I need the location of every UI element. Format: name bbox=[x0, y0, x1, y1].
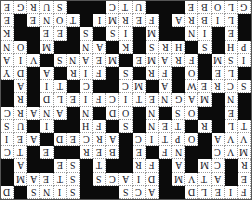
cell-letter: R bbox=[17, 108, 24, 118]
grid-cell[interactable]: A bbox=[212, 133, 225, 146]
grid-cell[interactable]: B bbox=[198, 14, 211, 27]
grid-cell[interactable]: F bbox=[93, 93, 106, 106]
grid-cell[interactable]: O bbox=[54, 14, 67, 27]
grid-cell[interactable]: C bbox=[225, 80, 238, 93]
black-cell bbox=[14, 14, 27, 27]
grid-cell[interactable]: E bbox=[133, 146, 146, 159]
cell-letter: O bbox=[17, 42, 24, 52]
grid-cell[interactable]: L bbox=[225, 14, 238, 27]
grid-cell[interactable]: C bbox=[133, 133, 146, 146]
cell-letter: F bbox=[241, 187, 247, 197]
grid-cell[interactable]: M bbox=[106, 14, 119, 27]
grid-cell[interactable]: E bbox=[40, 27, 53, 40]
cell-letter: A bbox=[30, 174, 37, 184]
grid-cell[interactable]: N bbox=[40, 186, 53, 199]
cell-letter: E bbox=[215, 68, 221, 78]
grid-cell[interactable]: V bbox=[185, 173, 198, 186]
cell-letter: T bbox=[70, 15, 76, 25]
grid-cell[interactable]: E bbox=[1, 1, 14, 14]
grid-cell[interactable]: S bbox=[119, 186, 132, 199]
cell-letter: I bbox=[84, 68, 87, 78]
grid-cell[interactable]: Y bbox=[1, 67, 14, 80]
grid-cell[interactable]: M bbox=[106, 54, 119, 67]
cell-letter: N bbox=[175, 147, 182, 157]
grid-cell[interactable]: R bbox=[67, 67, 80, 80]
grid-cell[interactable]: N bbox=[40, 14, 53, 27]
grid-cell[interactable]: E bbox=[40, 173, 53, 186]
grid-cell[interactable]: E bbox=[67, 133, 80, 146]
cell-letter: R bbox=[17, 94, 24, 104]
grid-cell[interactable]: E bbox=[159, 120, 172, 133]
grid-cell[interactable]: C bbox=[119, 80, 132, 93]
crossword-board: EGRUSCTUEBOLGEENOTIMREFARBILKEESSIMNIENO… bbox=[0, 0, 252, 200]
grid-cell[interactable]: D bbox=[1, 186, 14, 199]
grid-cell[interactable]: R bbox=[133, 159, 146, 172]
cell-letter: E bbox=[149, 94, 155, 104]
grid-cell[interactable]: C bbox=[106, 1, 119, 14]
grid-cell[interactable]: I bbox=[119, 27, 132, 40]
grid-cell[interactable]: E bbox=[212, 186, 225, 199]
grid-cell[interactable]: V bbox=[27, 54, 40, 67]
black-cell bbox=[54, 120, 67, 133]
grid-cell[interactable]: O bbox=[185, 67, 198, 80]
grid-cell[interactable]: F bbox=[93, 120, 106, 133]
black-cell bbox=[93, 107, 106, 120]
grid-cell[interactable]: T bbox=[133, 93, 146, 106]
grid-cell[interactable]: T bbox=[238, 120, 251, 133]
grid-cell[interactable]: R bbox=[212, 80, 225, 93]
grid-cell[interactable]: S bbox=[54, 54, 67, 67]
cell-letter: G bbox=[175, 94, 182, 104]
grid-cell[interactable]: A bbox=[14, 80, 27, 93]
black-cell bbox=[93, 186, 106, 199]
grid-cell[interactable]: D bbox=[185, 186, 198, 199]
grid-cell[interactable]: I bbox=[133, 173, 146, 186]
grid-cell[interactable]: C bbox=[1, 107, 14, 120]
cell-letter: I bbox=[5, 134, 8, 144]
grid-cell[interactable]: N bbox=[172, 146, 185, 159]
cell-letter: N bbox=[82, 42, 89, 52]
grid-cell[interactable]: A bbox=[1, 54, 14, 67]
cell-letter: I bbox=[229, 187, 232, 197]
black-cell bbox=[106, 80, 119, 93]
cell-letter: A bbox=[17, 160, 24, 170]
grid-cell[interactable]: I bbox=[238, 54, 251, 67]
grid-cell[interactable]: M bbox=[212, 54, 225, 67]
grid-cell[interactable]: H bbox=[172, 41, 185, 54]
black-cell bbox=[27, 159, 40, 172]
grid-cell[interactable]: A bbox=[93, 41, 106, 54]
cell-letter: H bbox=[227, 42, 234, 52]
grid-cell[interactable]: A bbox=[54, 107, 67, 120]
grid-cell[interactable]: D bbox=[14, 67, 27, 80]
grid-cell[interactable]: E bbox=[40, 146, 53, 159]
grid-cell[interactable]: R bbox=[27, 1, 40, 14]
grid-cell[interactable]: G bbox=[172, 93, 185, 106]
grid-cell[interactable]: R bbox=[93, 133, 106, 146]
black-cell bbox=[133, 120, 146, 133]
black-cell bbox=[198, 107, 211, 120]
grid-cell[interactable]: E bbox=[198, 80, 211, 93]
black-cell bbox=[198, 146, 211, 159]
black-cell bbox=[146, 146, 159, 159]
cell-letter: L bbox=[228, 2, 234, 12]
grid-cell[interactable]: N bbox=[1, 41, 14, 54]
cell-letter: R bbox=[188, 15, 195, 25]
grid-cell[interactable]: O bbox=[212, 1, 225, 14]
grid-cell[interactable]: D bbox=[40, 93, 53, 106]
grid-cell[interactable]: U bbox=[14, 120, 27, 133]
grid-cell[interactable]: T bbox=[198, 173, 211, 186]
grid-cell[interactable]: E bbox=[185, 1, 198, 14]
cell-letter: F bbox=[189, 55, 195, 65]
grid-cell[interactable]: S bbox=[67, 173, 80, 186]
grid-cell[interactable]: A bbox=[119, 173, 132, 186]
grid-cell[interactable]: W bbox=[185, 80, 198, 93]
grid-cell[interactable]: E bbox=[14, 133, 27, 146]
grid-cell[interactable]: M bbox=[238, 146, 251, 159]
cell-letter: M bbox=[200, 94, 209, 104]
grid-cell[interactable]: M bbox=[40, 41, 53, 54]
grid-cell[interactable]: M bbox=[14, 173, 27, 186]
grid-cell[interactable]: E bbox=[238, 173, 251, 186]
grid-cell[interactable]: E bbox=[133, 54, 146, 67]
cell-letter: I bbox=[137, 174, 140, 184]
cell-letter: C bbox=[83, 81, 90, 91]
grid-cell[interactable]: R bbox=[185, 14, 198, 27]
grid-cell[interactable]: E bbox=[54, 27, 67, 40]
cell-letter: O bbox=[188, 108, 195, 118]
cell-letter: E bbox=[70, 94, 76, 104]
cell-letter: I bbox=[98, 15, 101, 25]
grid-cell[interactable]: I bbox=[40, 120, 53, 133]
black-cell bbox=[159, 186, 172, 199]
grid-cell[interactable]: T bbox=[54, 80, 67, 93]
grid-cell[interactable]: F bbox=[185, 54, 198, 67]
grid-cell[interactable]: B bbox=[198, 1, 211, 14]
grid-cell[interactable]: O bbox=[185, 133, 198, 146]
cell-letter: E bbox=[4, 2, 10, 12]
grid-cell[interactable]: T bbox=[67, 14, 80, 27]
black-cell bbox=[106, 120, 119, 133]
grid-cell[interactable]: L bbox=[225, 1, 238, 14]
cell-letter: N bbox=[43, 108, 50, 118]
grid-cell[interactable]: S bbox=[225, 54, 238, 67]
grid-cell[interactable]: G bbox=[238, 1, 251, 14]
cell-letter: F bbox=[96, 68, 102, 78]
grid-cell[interactable]: R bbox=[146, 67, 159, 80]
grid-cell[interactable]: U bbox=[133, 1, 146, 14]
grid-cell[interactable]: S bbox=[238, 80, 251, 93]
grid-cell[interactable]: H bbox=[80, 120, 93, 133]
grid-cell[interactable]: T bbox=[119, 1, 132, 14]
black-cell bbox=[119, 133, 132, 146]
grid-cell[interactable]: A bbox=[159, 54, 172, 67]
black-cell bbox=[67, 27, 80, 40]
grid-cell[interactable]: S bbox=[119, 67, 132, 80]
grid-cell[interactable]: A bbox=[27, 107, 40, 120]
cell-letter: V bbox=[30, 55, 37, 65]
cell-letter: T bbox=[57, 81, 63, 91]
grid-cell[interactable]: E bbox=[212, 67, 225, 80]
grid-cell[interactable]: V bbox=[238, 133, 251, 146]
grid-cell[interactable]: I bbox=[14, 54, 27, 67]
grid-cell[interactable]: S bbox=[80, 27, 93, 40]
cell-letter: M bbox=[42, 42, 51, 52]
cell-letter: C bbox=[109, 94, 116, 104]
grid-cell[interactable]: S bbox=[106, 27, 119, 40]
grid-cell[interactable]: S bbox=[146, 41, 159, 54]
black-cell bbox=[106, 159, 119, 172]
grid-cell[interactable]: E bbox=[93, 54, 106, 67]
grid-cell[interactable]: T bbox=[14, 146, 27, 159]
cell-letter: R bbox=[201, 121, 208, 131]
cell-letter: C bbox=[109, 174, 116, 184]
grid-cell[interactable]: S bbox=[1, 120, 14, 133]
cell-letter: C bbox=[135, 187, 142, 197]
grid-cell[interactable]: S bbox=[172, 107, 185, 120]
grid-cell[interactable]: A bbox=[159, 80, 172, 93]
grid-cell[interactable]: F bbox=[146, 14, 159, 27]
grid-cell[interactable]: D bbox=[146, 173, 159, 186]
grid-cell[interactable]: A bbox=[40, 67, 53, 80]
grid-cell[interactable]: C bbox=[133, 186, 146, 199]
grid-cell[interactable]: T bbox=[54, 173, 67, 186]
grid-cell[interactable]: E bbox=[54, 159, 67, 172]
black-cell bbox=[159, 107, 172, 120]
grid-cell[interactable]: E bbox=[133, 14, 146, 27]
grid-cell[interactable]: K bbox=[1, 27, 14, 40]
cell-letter: C bbox=[214, 160, 221, 170]
grid-cell[interactable]: I bbox=[80, 93, 93, 106]
grid-cell[interactable]: A bbox=[212, 173, 225, 186]
grid-cell[interactable]: U bbox=[40, 1, 53, 14]
cell-letter: C bbox=[109, 2, 116, 12]
grid-cell[interactable]: A bbox=[106, 133, 119, 146]
grid-cell[interactable]: F bbox=[146, 159, 159, 172]
grid-cell[interactable]: R bbox=[198, 120, 211, 133]
grid-cell[interactable]: S bbox=[67, 159, 80, 172]
cell-letter: E bbox=[4, 15, 10, 25]
black-cell bbox=[1, 173, 14, 186]
cell-letter: S bbox=[123, 187, 129, 197]
cell-letter: U bbox=[17, 121, 24, 131]
grid-cell[interactable]: A bbox=[80, 54, 93, 67]
grid-cell[interactable]: A bbox=[185, 93, 198, 106]
grid-cell[interactable]: N bbox=[80, 41, 93, 54]
grid-cell[interactable]: K bbox=[119, 41, 132, 54]
cell-letter: T bbox=[241, 121, 247, 131]
cell-letter: O bbox=[188, 68, 195, 78]
cell-letter: S bbox=[70, 187, 76, 197]
cell-letter: D bbox=[148, 174, 155, 184]
grid-cell[interactable]: C bbox=[80, 80, 93, 93]
grid-cell[interactable]: D bbox=[106, 107, 119, 120]
grid-cell[interactable]: S bbox=[93, 173, 106, 186]
grid-cell[interactable]: R bbox=[159, 41, 172, 54]
grid-cell[interactable]: E bbox=[93, 146, 106, 159]
cell-letter: S bbox=[70, 174, 76, 184]
grid-cell[interactable]: C bbox=[1, 146, 14, 159]
grid-cell[interactable]: D bbox=[54, 133, 67, 146]
cell-letter: S bbox=[57, 55, 63, 65]
grid-cell[interactable]: I bbox=[93, 14, 106, 27]
black-cell bbox=[14, 27, 27, 40]
cell-letter: A bbox=[30, 134, 37, 144]
grid-cell[interactable]: F bbox=[238, 186, 251, 199]
black-cell bbox=[159, 14, 172, 27]
grid-cell[interactable]: P bbox=[172, 133, 185, 146]
cell-letter: T bbox=[136, 94, 142, 104]
grid-cell[interactable]: I bbox=[80, 67, 93, 80]
cell-letter: N bbox=[82, 108, 89, 118]
grid-cell[interactable]: A bbox=[14, 159, 27, 172]
grid-cell[interactable]: E bbox=[225, 27, 238, 40]
grid-cell[interactable]: E bbox=[146, 93, 159, 106]
grid-cell[interactable]: C bbox=[212, 146, 225, 159]
grid-cell[interactable]: I bbox=[119, 93, 132, 106]
cell-letter: A bbox=[30, 108, 37, 118]
grid-cell[interactable]: S bbox=[198, 41, 211, 54]
grid-cell[interactable]: I bbox=[198, 27, 211, 40]
grid-cell[interactable]: N bbox=[225, 93, 238, 106]
grid-cell[interactable]: I bbox=[225, 186, 238, 199]
grid-cell[interactable]: O bbox=[185, 107, 198, 120]
cell-letter: D bbox=[188, 187, 195, 197]
grid-cell[interactable]: S bbox=[54, 1, 67, 14]
black-cell bbox=[119, 159, 132, 172]
grid-cell[interactable]: N bbox=[40, 107, 53, 120]
cell-letter: S bbox=[149, 42, 155, 52]
cell-letter: S bbox=[70, 160, 76, 170]
black-cell bbox=[93, 1, 106, 14]
grid-cell[interactable]: L bbox=[225, 120, 238, 133]
cell-letter: M bbox=[239, 147, 248, 157]
grid-cell[interactable]: R bbox=[14, 107, 27, 120]
grid-cell[interactable]: R bbox=[172, 54, 185, 67]
grid-cell[interactable]: O bbox=[119, 107, 132, 120]
grid-cell[interactable]: M bbox=[172, 173, 185, 186]
grid-cell[interactable]: S bbox=[119, 120, 132, 133]
grid-cell[interactable]: V bbox=[225, 133, 238, 146]
grid-cell[interactable]: I bbox=[40, 80, 53, 93]
grid-cell[interactable]: C bbox=[106, 173, 119, 186]
cell-letter: A bbox=[17, 81, 24, 91]
grid-cell[interactable]: M bbox=[133, 80, 146, 93]
grid-cell[interactable]: E bbox=[1, 14, 14, 27]
grid-cell[interactable]: I bbox=[1, 133, 14, 146]
grid-cell[interactable]: A bbox=[27, 133, 40, 146]
grid-cell[interactable]: B bbox=[106, 146, 119, 159]
black-cell bbox=[185, 159, 198, 172]
black-cell bbox=[225, 159, 238, 172]
grid-cell[interactable]: I bbox=[54, 186, 67, 199]
black-cell bbox=[238, 27, 251, 40]
grid-cell[interactable]: S bbox=[67, 186, 80, 199]
grid-cell[interactable]: M bbox=[198, 93, 211, 106]
grid-cell[interactable]: T bbox=[172, 120, 185, 133]
grid-cell[interactable]: N bbox=[67, 54, 80, 67]
grid-cell[interactable]: L bbox=[225, 67, 238, 80]
grid-cell[interactable]: G bbox=[14, 1, 27, 14]
grid-cell[interactable]: N bbox=[80, 107, 93, 120]
grid-cell[interactable]: M bbox=[198, 159, 211, 172]
cell-letter: A bbox=[122, 174, 129, 184]
grid-cell[interactable]: A bbox=[146, 186, 159, 199]
grid-cell[interactable]: L bbox=[198, 186, 211, 199]
grid-cell[interactable]: F bbox=[159, 67, 172, 80]
cell-letter: S bbox=[202, 42, 208, 52]
grid-cell[interactable]: N bbox=[146, 120, 159, 133]
grid-cell[interactable]: E bbox=[27, 14, 40, 27]
cell-letter: T bbox=[175, 121, 181, 131]
grid-cell[interactable]: N bbox=[159, 93, 172, 106]
cell-letter: S bbox=[83, 28, 89, 38]
cell-letter: I bbox=[124, 28, 127, 38]
grid-cell[interactable]: E bbox=[67, 93, 80, 106]
grid-cell[interactable]: A bbox=[172, 14, 185, 27]
grid-cell[interactable]: T bbox=[93, 159, 106, 172]
cell-letter: K bbox=[3, 28, 10, 38]
grid-cell[interactable]: T bbox=[159, 133, 172, 146]
grid-cell[interactable]: M bbox=[146, 54, 159, 67]
grid-cell[interactable]: E bbox=[225, 107, 238, 120]
black-cell bbox=[185, 146, 198, 159]
grid-cell[interactable]: R bbox=[14, 93, 27, 106]
black-cell bbox=[67, 146, 80, 159]
cell-letter: O bbox=[188, 134, 195, 144]
grid-cell[interactable]: R bbox=[80, 146, 93, 159]
cell-letter: P bbox=[241, 42, 247, 52]
black-cell bbox=[159, 173, 172, 186]
cell-letter: N bbox=[148, 121, 155, 131]
grid-cell[interactable]: O bbox=[14, 41, 27, 54]
grid-cell[interactable]: M bbox=[146, 27, 159, 40]
grid-cell[interactable]: C bbox=[80, 133, 93, 146]
grid-cell[interactable]: C bbox=[212, 159, 225, 172]
grid-cell[interactable]: R bbox=[238, 159, 251, 172]
cell-letter: R bbox=[175, 55, 182, 65]
grid-cell[interactable]: A bbox=[172, 159, 185, 172]
grid-cell[interactable]: N bbox=[146, 107, 159, 120]
grid-cell[interactable]: P bbox=[238, 41, 251, 54]
grid-cell[interactable]: L bbox=[54, 93, 67, 106]
grid-cell[interactable]: F bbox=[93, 67, 106, 80]
grid-cell[interactable]: V bbox=[225, 146, 238, 159]
black-cell bbox=[93, 27, 106, 40]
black-cell bbox=[80, 186, 93, 199]
cell-letter: E bbox=[96, 147, 102, 157]
grid-cell[interactable]: F bbox=[159, 146, 172, 159]
grid-cell[interactable]: A bbox=[27, 173, 40, 186]
black-cell bbox=[119, 146, 132, 159]
cell-letter: E bbox=[96, 55, 102, 65]
grid-cell[interactable]: H bbox=[225, 41, 238, 54]
grid-cell[interactable]: I bbox=[146, 133, 159, 146]
grid-cell[interactable]: I bbox=[212, 14, 225, 27]
grid-cell[interactable]: S bbox=[27, 186, 40, 199]
cell-letter: E bbox=[43, 174, 49, 184]
grid-cell[interactable]: N bbox=[185, 27, 198, 40]
cell-letter: E bbox=[17, 134, 23, 144]
black-cell bbox=[238, 93, 251, 106]
cell-letter: F bbox=[162, 147, 168, 157]
black-cell bbox=[212, 107, 225, 120]
grid-cell[interactable]: R bbox=[119, 14, 132, 27]
cell-letter: I bbox=[45, 121, 48, 131]
cell-letter: M bbox=[16, 174, 25, 184]
grid-cell[interactable]: C bbox=[106, 93, 119, 106]
